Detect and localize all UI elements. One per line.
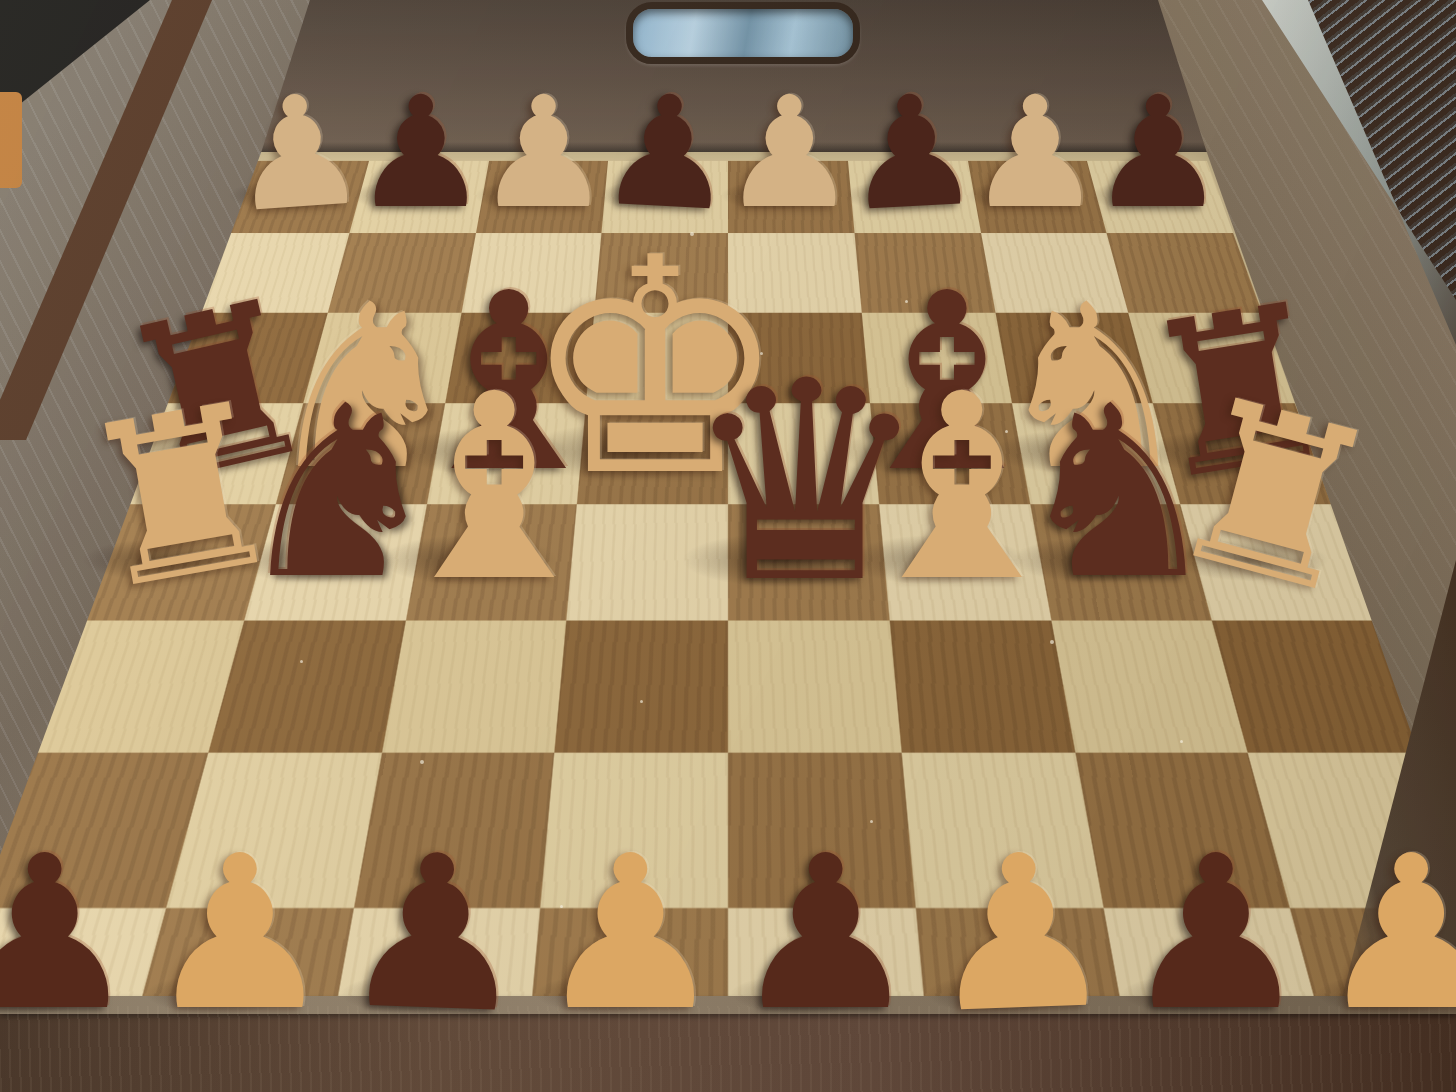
floor-patch	[0, 92, 22, 188]
piece-dark-pawn-h8[interactable]: ♟	[1089, 76, 1227, 230]
square-c3[interactable]	[381, 620, 566, 753]
piece-dark-pawn-b8[interactable]: ♟	[352, 76, 490, 230]
dust-speck	[1050, 640, 1054, 644]
piece-light-pawn-b1[interactable]: ♟	[145, 828, 335, 1040]
dust-speck	[1180, 740, 1183, 743]
chess-box-photo: ♟♟♟♟♟♟♟♟♜♞♝♚♝♞♜♜♞♝♛♝♞♜♟♟♟♟♟♟♟♟ chess	[0, 0, 1456, 1092]
piece-dark-pawn-e1[interactable]: ♟	[730, 828, 920, 1040]
dust-speck	[640, 700, 643, 703]
piece-light-pawn-h1[interactable]: ♟	[1316, 828, 1456, 1040]
piece-dark-pawn-a1[interactable]: ♟	[0, 828, 140, 1040]
box-handle-cutout[interactable]	[626, 2, 860, 64]
piece-light-pawn-f1[interactable]: ♟	[922, 825, 1120, 1044]
piece-light-pawn-a8[interactable]: ♟	[224, 71, 372, 234]
piece-dark-pawn-c1[interactable]: ♟	[336, 825, 534, 1044]
piece-dark-pawn-g1[interactable]: ♟	[1121, 828, 1311, 1040]
piece-light-pawn-g8[interactable]: ♟	[966, 76, 1104, 230]
dust-speck	[420, 760, 424, 764]
square-b3[interactable]	[208, 620, 405, 753]
piece-light-bishop-c4[interactable]: ♝	[379, 360, 609, 617]
piece-light-pawn-d1[interactable]: ♟	[535, 828, 725, 1040]
piece-dark-pawn-f8[interactable]: ♟	[840, 72, 986, 233]
dust-speck	[300, 660, 303, 663]
